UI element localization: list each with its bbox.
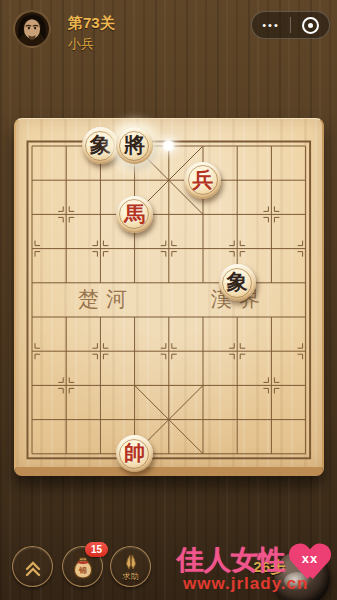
- ask-help-button[interactable]: 求助: [110, 546, 151, 587]
- piece-character: 象: [90, 135, 111, 156]
- river-label-chu: 楚河: [66, 285, 146, 313]
- piece-red-horse[interactable]: 馬: [116, 196, 153, 233]
- collapse-toolbar-button[interactable]: [12, 546, 53, 587]
- level-label: 第73关: [68, 14, 115, 33]
- double-chevron-up-icon: [21, 555, 45, 579]
- piece-character: 將: [124, 135, 145, 156]
- xiangqi-board[interactable]: 楚河 漢界 象將兵馬象帥: [14, 118, 324, 476]
- piece-black-elephant-left[interactable]: 象: [82, 127, 119, 164]
- player-label: 小兵: [68, 35, 94, 53]
- steps-remaining-label: 26步: [253, 558, 285, 577]
- hint-count-badge: 15: [85, 542, 108, 557]
- ask-help-label: 求助: [123, 573, 139, 581]
- avatar-face-icon: [15, 12, 49, 46]
- piece-character: 帥: [124, 443, 145, 464]
- more-options-icon[interactable]: •••: [252, 12, 290, 38]
- piece-character: 象: [227, 272, 248, 293]
- top-bar: 第73关 小兵 •••: [0, 0, 337, 60]
- piece-red-soldier[interactable]: 兵: [184, 162, 221, 199]
- player-avatar: [13, 10, 51, 48]
- svg-text:锦: 锦: [78, 566, 87, 575]
- piece-red-general[interactable]: 帥: [116, 435, 153, 472]
- exit-miniprogram-icon[interactable]: [291, 17, 329, 34]
- hint-bag-button[interactable]: 锦 15: [62, 546, 103, 587]
- piece-character: 兵: [192, 170, 213, 191]
- wechat-capsule: •••: [251, 11, 330, 39]
- piece-character: 馬: [124, 204, 145, 225]
- bottom-bar: 锦 15 求助 26步: [0, 538, 337, 600]
- piece-black-elephant-right[interactable]: 象: [219, 264, 256, 301]
